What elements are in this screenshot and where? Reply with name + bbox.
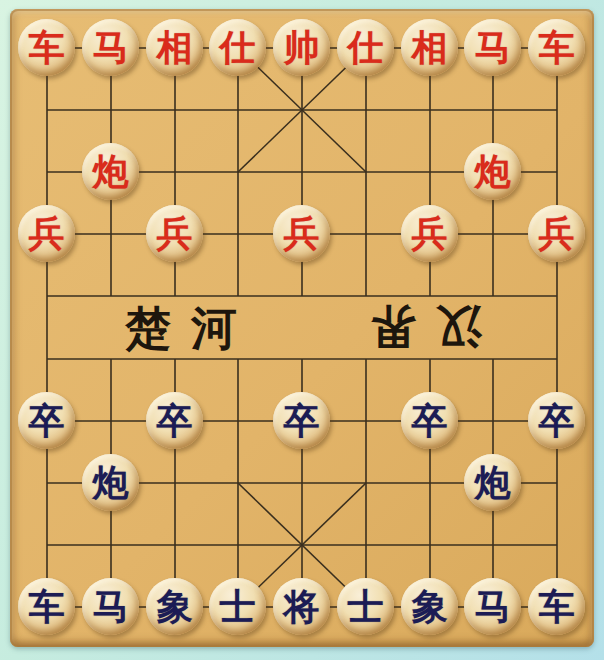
piece-glyph: 仕: [348, 29, 384, 65]
piece-glyph: 炮: [93, 464, 129, 500]
piece-black-cannon[interactable]: 炮: [82, 454, 139, 511]
piece-black-advisor[interactable]: 士: [209, 578, 266, 635]
piece-glyph: 马: [93, 588, 129, 624]
piece-red-advisor[interactable]: 仕: [209, 19, 266, 76]
piece-glyph: 兵: [157, 215, 193, 251]
piece-red-soldier[interactable]: 兵: [18, 205, 75, 262]
piece-glyph: 卒: [412, 402, 448, 438]
piece-black-horse[interactable]: 马: [82, 578, 139, 635]
piece-black-soldier[interactable]: 卒: [401, 392, 458, 449]
piece-glyph: 帅: [284, 29, 320, 65]
board-grid-lines: [0, 0, 604, 660]
piece-red-cannon[interactable]: 炮: [464, 143, 521, 200]
piece-black-rook[interactable]: 车: [528, 578, 585, 635]
piece-red-advisor[interactable]: 仕: [337, 19, 394, 76]
piece-glyph: 象: [412, 588, 448, 624]
piece-glyph: 兵: [284, 215, 320, 251]
piece-black-elephant[interactable]: 象: [401, 578, 458, 635]
piece-red-soldier[interactable]: 兵: [273, 205, 330, 262]
piece-glyph: 车: [29, 29, 65, 65]
piece-black-soldier[interactable]: 卒: [146, 392, 203, 449]
piece-glyph: 车: [539, 588, 575, 624]
piece-glyph: 士: [220, 588, 256, 624]
piece-glyph: 马: [475, 588, 511, 624]
piece-red-soldier[interactable]: 兵: [401, 205, 458, 262]
piece-black-elephant[interactable]: 象: [146, 578, 203, 635]
piece-red-elephant[interactable]: 相: [146, 19, 203, 76]
piece-black-soldier[interactable]: 卒: [18, 392, 75, 449]
piece-glyph: 卒: [284, 402, 320, 438]
piece-glyph: 车: [539, 29, 575, 65]
piece-glyph: 炮: [93, 153, 129, 189]
xiangqi-screenshot: 楚河 汉界 车马相仕帅仕相马车炮炮兵兵兵兵兵卒卒卒卒卒炮炮车马象士将士象马车: [0, 0, 604, 660]
piece-black-horse[interactable]: 马: [464, 578, 521, 635]
piece-black-soldier[interactable]: 卒: [528, 392, 585, 449]
piece-red-rook[interactable]: 车: [18, 19, 75, 76]
piece-glyph: 马: [93, 29, 129, 65]
piece-glyph: 车: [29, 588, 65, 624]
piece-glyph: 相: [157, 29, 193, 65]
piece-glyph: 将: [284, 588, 320, 624]
piece-glyph: 兵: [412, 215, 448, 251]
piece-red-general[interactable]: 帅: [273, 19, 330, 76]
piece-red-rook[interactable]: 车: [528, 19, 585, 76]
piece-red-soldier[interactable]: 兵: [528, 205, 585, 262]
piece-glyph: 马: [475, 29, 511, 65]
piece-red-cannon[interactable]: 炮: [82, 143, 139, 200]
piece-glyph: 卒: [157, 402, 193, 438]
piece-black-rook[interactable]: 车: [18, 578, 75, 635]
piece-black-cannon[interactable]: 炮: [464, 454, 521, 511]
piece-glyph: 炮: [475, 464, 511, 500]
piece-black-advisor[interactable]: 士: [337, 578, 394, 635]
piece-red-horse[interactable]: 马: [82, 19, 139, 76]
piece-glyph: 兵: [29, 215, 65, 251]
piece-glyph: 卒: [539, 402, 575, 438]
piece-black-soldier[interactable]: 卒: [273, 392, 330, 449]
piece-glyph: 炮: [475, 153, 511, 189]
piece-glyph: 象: [157, 588, 193, 624]
piece-red-horse[interactable]: 马: [464, 19, 521, 76]
piece-glyph: 仕: [220, 29, 256, 65]
piece-glyph: 兵: [539, 215, 575, 251]
piece-glyph: 相: [412, 29, 448, 65]
piece-glyph: 士: [348, 588, 384, 624]
piece-black-general[interactable]: 将: [273, 578, 330, 635]
river-label-chu-he: 楚河: [105, 305, 257, 351]
piece-red-soldier[interactable]: 兵: [146, 205, 203, 262]
piece-glyph: 卒: [29, 402, 65, 438]
piece-red-elephant[interactable]: 相: [401, 19, 458, 76]
river-label-han-jie: 汉界: [350, 304, 502, 350]
